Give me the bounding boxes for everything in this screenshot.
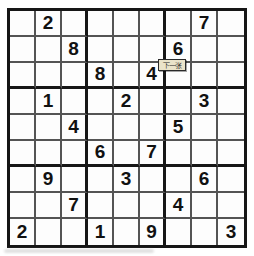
given-digit: 7	[199, 13, 210, 32]
cell-r8c3: 7	[62, 193, 88, 219]
cell-r4c8: 3	[192, 89, 218, 115]
cell-r1c6[interactable]	[140, 11, 166, 37]
cell-r4c9[interactable]	[218, 89, 244, 115]
given-digit: 4	[68, 117, 79, 136]
given-digit: 7	[68, 195, 79, 214]
cell-r7c4[interactable]	[88, 167, 114, 193]
cell-r3c9[interactable]	[218, 63, 244, 89]
cell-r5c7: 5	[166, 115, 192, 141]
next-tooltip: 下一张	[158, 59, 186, 71]
cell-r9c5[interactable]	[114, 219, 140, 245]
cell-r1c2: 2	[36, 11, 62, 37]
given-digit: 6	[173, 39, 184, 58]
cell-r3c4: 8	[88, 63, 114, 89]
cell-r2c2[interactable]	[36, 37, 62, 63]
cell-r5c3: 4	[62, 115, 88, 141]
cell-r9c8[interactable]	[192, 219, 218, 245]
given-digit: 7	[146, 142, 157, 161]
cell-r5c8[interactable]	[192, 115, 218, 141]
given-digit: 4	[146, 64, 157, 83]
cell-r6c5[interactable]	[114, 141, 140, 167]
cell-r4c2: 1	[36, 89, 62, 115]
cell-r1c3[interactable]	[62, 11, 88, 37]
given-digit: 3	[199, 91, 210, 110]
cell-r1c4[interactable]	[88, 11, 114, 37]
given-digit: 6	[199, 169, 210, 188]
cell-r4c5: 2	[114, 89, 140, 115]
cell-r6c2[interactable]	[36, 141, 62, 167]
given-digit: 9	[43, 169, 54, 188]
cell-r8c1[interactable]	[10, 193, 36, 219]
cell-r7c3[interactable]	[62, 167, 88, 193]
cell-r3c2[interactable]	[36, 63, 62, 89]
cell-r7c5: 3	[114, 167, 140, 193]
cell-r5c6[interactable]	[140, 115, 166, 141]
cell-r8c7: 4	[166, 193, 192, 219]
cell-r5c9[interactable]	[218, 115, 244, 141]
given-digit: 3	[121, 169, 132, 188]
cell-r8c2[interactable]	[36, 193, 62, 219]
cell-r1c7[interactable]	[166, 11, 192, 37]
cell-r8c6[interactable]	[140, 193, 166, 219]
cell-r2c1[interactable]	[10, 37, 36, 63]
given-digit: 4	[173, 195, 184, 214]
cell-r2c8[interactable]	[192, 37, 218, 63]
cell-r3c5[interactable]	[114, 63, 140, 89]
cell-r7c9[interactable]	[218, 167, 244, 193]
cell-r6c8[interactable]	[192, 141, 218, 167]
sudoku-board: 下一张 2786841234567936742193	[7, 8, 247, 248]
cell-r2c4[interactable]	[88, 37, 114, 63]
cell-r9c2[interactable]	[36, 219, 62, 245]
cell-r6c3[interactable]	[62, 141, 88, 167]
cell-r6c4: 6	[88, 141, 114, 167]
cell-r6c7[interactable]	[166, 141, 192, 167]
cell-r1c9[interactable]	[218, 11, 244, 37]
cell-r5c5[interactable]	[114, 115, 140, 141]
cell-r7c8: 6	[192, 167, 218, 193]
given-digit: 8	[68, 39, 79, 58]
cell-r9c4: 1	[88, 219, 114, 245]
cell-r1c8: 7	[192, 11, 218, 37]
cell-r9c3[interactable]	[62, 219, 88, 245]
cell-r3c1[interactable]	[10, 63, 36, 89]
cell-r2c5[interactable]	[114, 37, 140, 63]
given-digit: 3	[226, 222, 237, 241]
cell-r8c4[interactable]	[88, 193, 114, 219]
cell-r6c1[interactable]	[10, 141, 36, 167]
cell-r9c7[interactable]	[166, 219, 192, 245]
cell-r1c1[interactable]	[10, 11, 36, 37]
cell-r5c4[interactable]	[88, 115, 114, 141]
given-digit: 1	[43, 91, 54, 110]
given-digit: 9	[146, 222, 157, 241]
cell-r7c6[interactable]	[140, 167, 166, 193]
cell-r1c5[interactable]	[114, 11, 140, 37]
cell-r6c6: 7	[140, 141, 166, 167]
cell-r7c2: 9	[36, 167, 62, 193]
cell-r8c9[interactable]	[218, 193, 244, 219]
cell-r5c1[interactable]	[10, 115, 36, 141]
given-digit: 5	[173, 117, 184, 136]
cell-r9c1: 2	[10, 219, 36, 245]
cell-r9c6: 9	[140, 219, 166, 245]
cell-r4c1[interactable]	[10, 89, 36, 115]
cell-r4c4[interactable]	[88, 89, 114, 115]
cell-r7c7[interactable]	[166, 167, 192, 193]
cell-r5c2[interactable]	[36, 115, 62, 141]
scan-smudge	[4, 249, 154, 253]
cell-r4c6[interactable]	[140, 89, 166, 115]
given-digit: 6	[95, 142, 106, 161]
given-digit: 2	[43, 13, 54, 32]
cell-r3c3[interactable]	[62, 63, 88, 89]
cell-r4c7[interactable]	[166, 89, 192, 115]
cell-r8c5[interactable]	[114, 193, 140, 219]
given-digit: 2	[121, 91, 132, 110]
cell-r3c8[interactable]	[192, 63, 218, 89]
cell-r6c9[interactable]	[218, 141, 244, 167]
cell-r2c3: 8	[62, 37, 88, 63]
cell-r4c3[interactable]	[62, 89, 88, 115]
cell-r2c9[interactable]	[218, 37, 244, 63]
given-digit: 2	[17, 222, 28, 241]
cell-r7c1[interactable]	[10, 167, 36, 193]
given-digit: 8	[95, 64, 106, 83]
given-digit: 1	[95, 222, 106, 241]
cell-r9c9: 3	[218, 219, 244, 245]
cell-r8c8[interactable]	[192, 193, 218, 219]
